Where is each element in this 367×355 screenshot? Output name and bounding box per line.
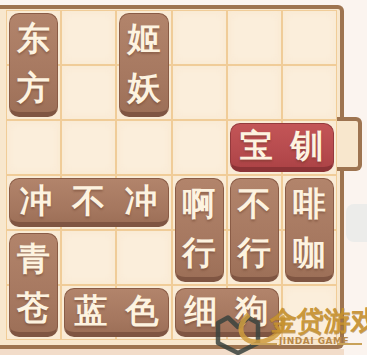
tile-char: 啡 (286, 179, 333, 228)
tile-char: 方 (10, 63, 57, 112)
board-cell-r2c4 (172, 65, 227, 120)
tile-char: 咖 (286, 228, 333, 277)
watermark-text: 金贷游戏 (270, 303, 367, 339)
tile-char: 妖 (120, 63, 167, 112)
tile-char: 姬 (120, 14, 167, 63)
board-cell-r3c1 (6, 120, 61, 175)
tile-char: 宝 (231, 124, 282, 167)
watermark-line-right (337, 343, 362, 345)
board-edge-bump (336, 117, 362, 171)
word-tile-bao-chuan[interactable]: 宝钏 (230, 123, 334, 172)
board-cell-r2c2 (61, 65, 116, 120)
tile-char: 不 (231, 179, 278, 228)
board-cell-r1c2 (61, 10, 116, 65)
tile-char: 东 (10, 14, 57, 63)
tile-char: 不 (63, 179, 116, 222)
tile-char: 冲 (115, 179, 168, 222)
board-bottom-shadow (0, 349, 344, 355)
tile-char: 行 (176, 228, 223, 277)
word-tile-fei-ka[interactable]: 啡咖 (285, 178, 334, 282)
board-cell-r2c6 (282, 65, 337, 120)
board-cell-r2c5 (227, 65, 282, 120)
tile-char: 钏 (282, 124, 333, 167)
board-cell-r5c3 (116, 230, 171, 285)
board-grid: 东方姬妖宝钏冲不冲啊行不行啡咖青苍蓝色细狗 (6, 10, 337, 340)
side-card-partial (346, 204, 367, 242)
board-cell-r3c3 (116, 120, 171, 175)
board-cell-r1c6 (282, 10, 337, 65)
tile-char: 蓝 (65, 289, 116, 332)
game-screen: 东方姬妖宝钏冲不冲啊行不行啡咖青苍蓝色细狗 金贷游戏 JINDAI GAME (0, 0, 367, 355)
board-cell-r3c2 (61, 120, 116, 175)
tile-char: 青 (10, 234, 57, 283)
word-tile-qing-cang[interactable]: 青苍 (9, 233, 58, 337)
tile-char: 行 (231, 228, 278, 277)
tile-char: 苍 (10, 283, 57, 332)
word-tile-a-xing[interactable]: 啊行 (175, 178, 224, 282)
board-cell-r1c4 (172, 10, 227, 65)
word-tile-dong-fang[interactable]: 东方 (9, 13, 58, 117)
tile-char: 冲 (10, 179, 63, 222)
word-tile-bu-xing[interactable]: 不行 (230, 178, 279, 282)
tile-char: 啊 (176, 179, 223, 228)
board-cell-r1c5 (227, 10, 282, 65)
tile-char: 色 (116, 289, 167, 332)
watermark-line-left (251, 343, 277, 345)
board-cell-r5c2 (61, 230, 116, 285)
word-tile-chong-bu-chong[interactable]: 冲不冲 (9, 178, 169, 227)
word-tile-ji-yao[interactable]: 姬妖 (119, 13, 168, 117)
word-tile-lan-se[interactable]: 蓝色 (64, 288, 168, 337)
board-cell-r3c4 (172, 120, 227, 175)
